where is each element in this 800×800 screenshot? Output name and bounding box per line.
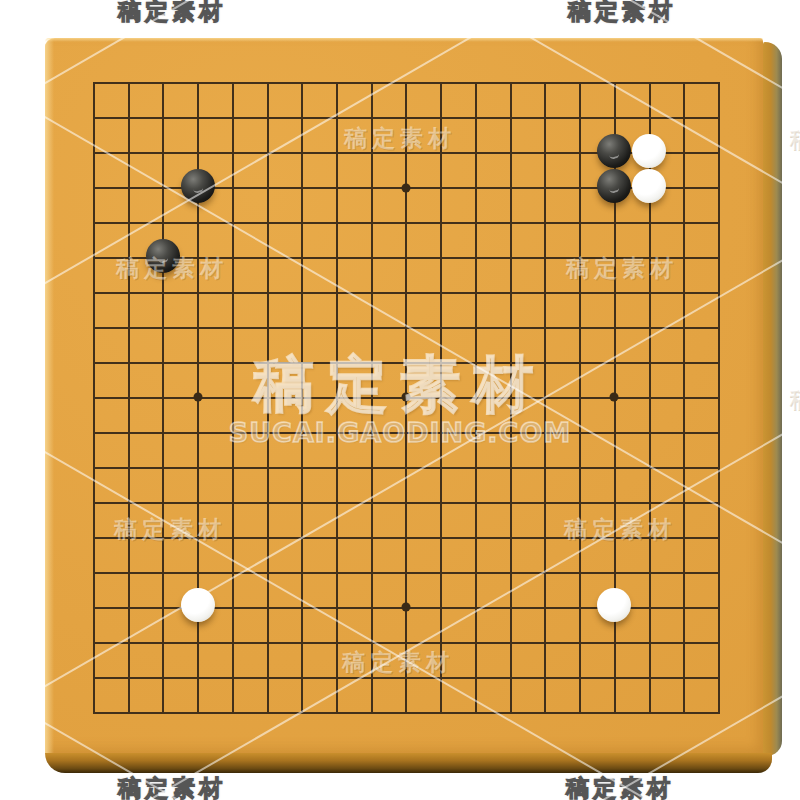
lattice-cell (477, 574, 512, 609)
lattice-cell (95, 154, 130, 189)
lattice-cell (407, 399, 442, 434)
lattice-cell (546, 294, 581, 329)
lattice-cell (581, 329, 616, 364)
watermark-tile: 稿定素材 (789, 124, 800, 155)
star-point (402, 603, 411, 612)
lattice-cell (546, 259, 581, 294)
lattice-cell (269, 539, 304, 574)
lattice-cell (512, 399, 547, 434)
lattice-cell (477, 189, 512, 224)
lattice-cell (512, 329, 547, 364)
lattice-cell (199, 539, 234, 574)
white-stone-R17 (632, 134, 666, 168)
lattice-cell (616, 224, 651, 259)
lattice-cell (164, 119, 199, 154)
lattice-cell (616, 364, 651, 399)
lattice-cell (130, 119, 165, 154)
lattice-cell (338, 224, 373, 259)
black-stone-D16 (181, 169, 215, 203)
lattice-cell (581, 434, 616, 469)
lattice-cell (269, 154, 304, 189)
lattice-cell (373, 679, 408, 714)
lattice-cell (512, 644, 547, 679)
lattice-cell (95, 679, 130, 714)
lattice-cell (685, 574, 720, 609)
lattice-cell (269, 609, 304, 644)
lattice-cell (407, 609, 442, 644)
star-point (402, 183, 411, 192)
lattice-cell (442, 574, 477, 609)
lattice-cell (546, 119, 581, 154)
lattice-cell (373, 189, 408, 224)
watermark-outer-label: 稿定素材 (566, 773, 674, 800)
lattice-cell (407, 119, 442, 154)
lattice-cell (685, 609, 720, 644)
lattice-cell (651, 434, 686, 469)
lattice-cell (685, 259, 720, 294)
lattice-cell (477, 399, 512, 434)
lattice-cell (199, 644, 234, 679)
lattice-cell (269, 644, 304, 679)
lattice-cell (234, 574, 269, 609)
lattice-cell (512, 119, 547, 154)
lattice-cell (616, 539, 651, 574)
lattice-cell (303, 224, 338, 259)
lattice-cell (95, 329, 130, 364)
lattice-cell (616, 469, 651, 504)
lattice-cell (199, 504, 234, 539)
lattice-cell (512, 539, 547, 574)
lattice-cell (442, 539, 477, 574)
lattice-cell (407, 539, 442, 574)
lattice-cell (651, 294, 686, 329)
lattice-cell (581, 679, 616, 714)
lattice-cell (164, 294, 199, 329)
lattice-cell (130, 189, 165, 224)
lattice-cell (651, 644, 686, 679)
lattice-cell (130, 329, 165, 364)
lattice-cell (234, 434, 269, 469)
lattice-cell (546, 504, 581, 539)
lattice-cell (234, 364, 269, 399)
lattice-cell (164, 539, 199, 574)
lattice-cell (651, 469, 686, 504)
lattice-cell (685, 364, 720, 399)
lattice-cell (95, 644, 130, 679)
lattice-cell (303, 609, 338, 644)
lattice-cell (616, 399, 651, 434)
lattice-cell (651, 539, 686, 574)
lattice-cell (95, 224, 130, 259)
lattice-cell (269, 364, 304, 399)
lattice-cell (616, 84, 651, 119)
lattice-cell (407, 154, 442, 189)
lattice-cell (269, 189, 304, 224)
lattice-cell (234, 294, 269, 329)
lattice-cell (338, 364, 373, 399)
lattice-cell (442, 504, 477, 539)
lattice-cell (477, 364, 512, 399)
lattice-cell (130, 434, 165, 469)
lattice-cell (616, 679, 651, 714)
lattice-cell (234, 644, 269, 679)
lattice-cell (685, 539, 720, 574)
lattice-cell (407, 434, 442, 469)
lattice-cell (373, 294, 408, 329)
lattice-cell (581, 644, 616, 679)
lattice-cell (685, 504, 720, 539)
lattice-cell (407, 679, 442, 714)
lattice-cell (338, 154, 373, 189)
lattice-cell (477, 679, 512, 714)
lattice-cell (685, 329, 720, 364)
goban-right-side-face (763, 42, 782, 756)
lattice-cell (234, 469, 269, 504)
lattice-cell (407, 504, 442, 539)
lattice-cell (373, 399, 408, 434)
lattice-cell (164, 644, 199, 679)
lattice-cell (442, 259, 477, 294)
lattice-cell (373, 609, 408, 644)
lattice-cell (130, 399, 165, 434)
lattice-cell (407, 469, 442, 504)
lattice-cell (512, 294, 547, 329)
lattice-cell (581, 84, 616, 119)
lattice-cell (234, 189, 269, 224)
lattice-cell (407, 294, 442, 329)
lattice-cell (338, 574, 373, 609)
lattice-cell (616, 434, 651, 469)
lattice-cell (234, 84, 269, 119)
lattice-cell (477, 504, 512, 539)
white-stone-R16 (632, 169, 666, 203)
lattice-cell (373, 434, 408, 469)
lattice-cell (199, 364, 234, 399)
lattice-cell (199, 259, 234, 294)
lattice-cell (442, 399, 477, 434)
lattice-cell (512, 609, 547, 644)
lattice-cell (338, 469, 373, 504)
lattice-cell (234, 329, 269, 364)
white-stone-Q4 (597, 588, 631, 622)
lattice-cell (512, 504, 547, 539)
lattice-cell (303, 434, 338, 469)
lattice-cell (269, 259, 304, 294)
lattice-cell (442, 224, 477, 259)
lattice-cell (164, 399, 199, 434)
lattice-cell (269, 329, 304, 364)
lattice-cell (164, 434, 199, 469)
watermark-outer-label: 稿定素材 (118, 0, 226, 27)
lattice-cell (303, 574, 338, 609)
lattice-cell (546, 434, 581, 469)
lattice-cell (581, 539, 616, 574)
lattice-cell (581, 294, 616, 329)
lattice-cell (95, 609, 130, 644)
lattice-cell (234, 504, 269, 539)
lattice-cell (338, 294, 373, 329)
lattice-cell (651, 399, 686, 434)
lattice-cell (477, 434, 512, 469)
lattice-cell (442, 119, 477, 154)
lattice-cell (581, 504, 616, 539)
lattice-cell (651, 609, 686, 644)
lattice-cell (338, 329, 373, 364)
lattice-cell (338, 119, 373, 154)
lattice-cell (651, 259, 686, 294)
lattice-cell (512, 364, 547, 399)
lattice-cell (616, 259, 651, 294)
lattice-cell (199, 434, 234, 469)
lattice-cell (442, 679, 477, 714)
lattice-cell (546, 644, 581, 679)
lattice-cell (407, 189, 442, 224)
lattice-cell (234, 259, 269, 294)
lattice-cell (546, 364, 581, 399)
lattice-cell (164, 469, 199, 504)
lattice-cell (546, 84, 581, 119)
lattice-cell (685, 189, 720, 224)
lattice-cell (164, 504, 199, 539)
lattice-cell (234, 399, 269, 434)
lattice-cell (546, 469, 581, 504)
lattice-cell (651, 224, 686, 259)
lattice-cell (269, 399, 304, 434)
lattice-cell (199, 224, 234, 259)
lattice-cell (407, 224, 442, 259)
lattice-cell (512, 224, 547, 259)
lattice-cell (130, 679, 165, 714)
lattice-cell (477, 154, 512, 189)
lattice-cell (338, 539, 373, 574)
lattice-cell (95, 399, 130, 434)
go-board-illustration: 稿定素材 SUCAI.GAODING.COM 稿定素材稿定素材稿定素材稿定素材稿… (0, 0, 800, 800)
lattice-cell (373, 539, 408, 574)
lattice-cell (546, 329, 581, 364)
lattice-cell (338, 84, 373, 119)
lattice-cell (269, 434, 304, 469)
lattice-cell (442, 294, 477, 329)
lattice-cell (338, 644, 373, 679)
lattice-cell (338, 609, 373, 644)
lattice-cell (442, 644, 477, 679)
lattice-cell (442, 329, 477, 364)
lattice-cell (199, 84, 234, 119)
lattice-cell (512, 574, 547, 609)
lattice-cell (303, 259, 338, 294)
goban-left-edge (45, 38, 54, 753)
lattice-cell (477, 259, 512, 294)
lattice-cell (373, 84, 408, 119)
lattice-cell (512, 679, 547, 714)
lattice-cell (130, 574, 165, 609)
lattice-cell (303, 364, 338, 399)
lattice-cell (685, 644, 720, 679)
lattice-cell (546, 679, 581, 714)
lattice-cell (303, 399, 338, 434)
lattice-cell (442, 189, 477, 224)
lattice-cell (442, 609, 477, 644)
lattice-cell (581, 399, 616, 434)
lattice-cell (130, 294, 165, 329)
black-stone-Q17 (597, 134, 631, 168)
star-point (194, 393, 203, 402)
lattice-cell (130, 154, 165, 189)
lattice-cell (303, 644, 338, 679)
lattice-cell (199, 679, 234, 714)
lattice-cell (338, 259, 373, 294)
lattice-cell (130, 644, 165, 679)
watermark-outer-label: 稿定素材 (118, 773, 226, 800)
lattice-cell (546, 539, 581, 574)
lattice-cell (269, 679, 304, 714)
lattice-cell (338, 434, 373, 469)
lattice-cell (164, 679, 199, 714)
lattice-cell (130, 539, 165, 574)
lattice-cell (546, 154, 581, 189)
lattice-cell (95, 364, 130, 399)
lattice-cell (442, 84, 477, 119)
lattice-cell (269, 119, 304, 154)
lattice-cell (130, 609, 165, 644)
lattice-cell (303, 329, 338, 364)
lattice-cell (303, 504, 338, 539)
lattice-cell (199, 294, 234, 329)
lattice-cell (373, 259, 408, 294)
lattice-cell (373, 329, 408, 364)
watermark-outer-label: 稿定素材 (568, 0, 676, 27)
lattice-cell (546, 189, 581, 224)
lattice-cell (616, 329, 651, 364)
lattice-cell (373, 644, 408, 679)
lattice-cell (95, 294, 130, 329)
lattice-cell (199, 119, 234, 154)
black-stone-Q16 (597, 169, 631, 203)
lattice-cell (616, 504, 651, 539)
lattice-cell (130, 504, 165, 539)
lattice-cell (130, 84, 165, 119)
lattice-cell (546, 574, 581, 609)
lattice-cell (477, 539, 512, 574)
lattice-cell (373, 119, 408, 154)
lattice-cell (477, 609, 512, 644)
lattice-cell (303, 119, 338, 154)
lattice-cell (616, 644, 651, 679)
lattice-cell (407, 259, 442, 294)
lattice-cell (685, 679, 720, 714)
lattice-cell (234, 119, 269, 154)
lattice-cell (651, 574, 686, 609)
lattice-cell (269, 294, 304, 329)
lattice-cell (477, 224, 512, 259)
lattice-cell (512, 434, 547, 469)
lattice-cell (477, 644, 512, 679)
watermark-tile: 稿定素材 (789, 384, 800, 415)
lattice-cell (234, 154, 269, 189)
lattice-cell (303, 469, 338, 504)
lattice-cell (234, 609, 269, 644)
lattice-cell (477, 84, 512, 119)
lattice-cell (651, 329, 686, 364)
lattice-cell (407, 574, 442, 609)
star-point (610, 393, 619, 402)
star-point (402, 393, 411, 402)
lattice-cell (685, 84, 720, 119)
lattice-cell (685, 399, 720, 434)
lattice-cell (303, 154, 338, 189)
lattice-cell (581, 224, 616, 259)
lattice-cell (95, 434, 130, 469)
lattice-cell (512, 469, 547, 504)
lattice-cell (164, 84, 199, 119)
lattice-cell (512, 189, 547, 224)
lattice-cell (95, 189, 130, 224)
lattice-cell (199, 469, 234, 504)
lattice-cell (685, 294, 720, 329)
lattice-cell (269, 224, 304, 259)
lattice-cell (442, 364, 477, 399)
lattice-cell (269, 504, 304, 539)
lattice-cell (407, 329, 442, 364)
lattice-cell (442, 154, 477, 189)
lattice-cell (581, 469, 616, 504)
lattice-cell (477, 119, 512, 154)
lattice-cell (442, 434, 477, 469)
lattice-cell (95, 84, 130, 119)
lattice-cell (95, 119, 130, 154)
lattice-cell (685, 154, 720, 189)
lattice-cell (651, 504, 686, 539)
lattice-cell (338, 504, 373, 539)
lattice-cell (512, 84, 547, 119)
lattice-cell (407, 644, 442, 679)
lattice-cell (303, 189, 338, 224)
lattice-cell (303, 294, 338, 329)
lattice-cell (234, 539, 269, 574)
lattice-cell (234, 224, 269, 259)
lattice-cell (303, 539, 338, 574)
lattice-cell (303, 84, 338, 119)
lattice-cell (164, 329, 199, 364)
lattice-cell (269, 84, 304, 119)
lattice-cell (685, 224, 720, 259)
lattice-cell (477, 469, 512, 504)
lattice-cell (95, 574, 130, 609)
lattice-cell (651, 364, 686, 399)
lattice-cell (130, 469, 165, 504)
lattice-cell (95, 259, 130, 294)
lattice-cell (199, 399, 234, 434)
lattice-cell (685, 434, 720, 469)
lattice-cell (546, 224, 581, 259)
lattice-cell (338, 399, 373, 434)
lattice-cell (95, 469, 130, 504)
lattice-cell (512, 259, 547, 294)
lattice-cell (442, 469, 477, 504)
lattice-cell (651, 84, 686, 119)
lattice-cell (199, 329, 234, 364)
lattice-cell (373, 469, 408, 504)
lattice-cell (373, 224, 408, 259)
lattice-cell (269, 469, 304, 504)
lattice-cell (338, 679, 373, 714)
lattice-cell (546, 399, 581, 434)
lattice-cell (373, 504, 408, 539)
lattice-cell (130, 364, 165, 399)
goban-top-rim (45, 38, 763, 42)
lattice-cell (477, 329, 512, 364)
lattice-cell (407, 84, 442, 119)
